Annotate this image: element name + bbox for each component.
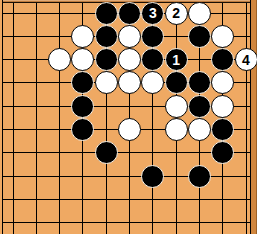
stone-black — [95, 2, 118, 25]
stone-white-move-4: 4 — [235, 48, 258, 71]
stone-black — [141, 48, 164, 71]
stone-white — [118, 25, 141, 48]
stone-white — [211, 95, 234, 118]
stone-black — [95, 141, 118, 164]
stone-white — [95, 71, 118, 94]
stone-white-move-2: 2 — [165, 2, 188, 25]
move-number-label: 3 — [149, 6, 157, 20]
grid-line-horizontal — [2, 222, 251, 223]
stone-white — [188, 118, 211, 141]
stone-white — [71, 25, 94, 48]
stone-black — [188, 71, 211, 94]
grid-line-horizontal — [2, 176, 251, 177]
board-frame-right-edge — [250, 0, 257, 234]
stone-black — [71, 71, 94, 94]
stone-black — [95, 25, 118, 48]
stone-black — [188, 25, 211, 48]
stone-black — [71, 118, 94, 141]
stone-black — [211, 141, 234, 164]
stone-white — [71, 48, 94, 71]
move-number-label: 4 — [242, 53, 250, 67]
stone-white — [188, 2, 211, 25]
stone-black-move-3: 3 — [141, 2, 164, 25]
stone-black — [95, 48, 118, 71]
stone-black — [188, 95, 211, 118]
stone-white — [118, 71, 141, 94]
stone-white — [211, 71, 234, 94]
grid-line-horizontal — [2, 199, 251, 200]
stone-black — [211, 118, 234, 141]
move-number-label: 2 — [172, 6, 180, 20]
stone-black — [141, 165, 164, 188]
board-frame-left-edge — [0, 0, 3, 234]
stone-white — [211, 25, 234, 48]
stone-white — [48, 48, 71, 71]
stone-black — [188, 165, 211, 188]
go-board[interactable]: 3214 — [0, 0, 257, 234]
stone-black-move-1: 1 — [165, 48, 188, 71]
stone-black — [211, 48, 234, 71]
stone-white — [165, 118, 188, 141]
stone-black — [71, 95, 94, 118]
stone-black — [118, 2, 141, 25]
stone-white — [141, 71, 164, 94]
move-number-label: 1 — [172, 53, 180, 67]
stone-white — [118, 48, 141, 71]
stone-black — [141, 25, 164, 48]
stone-white — [118, 118, 141, 141]
stone-black — [165, 71, 188, 94]
stone-white — [165, 95, 188, 118]
